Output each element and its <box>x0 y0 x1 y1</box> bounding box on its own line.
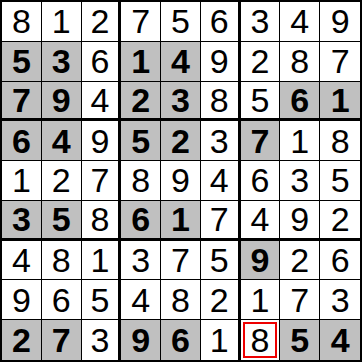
cell-r1c7[interactable]: 3 <box>241 2 281 42</box>
cell-r3c1[interactable]: 7 <box>2 82 42 122</box>
cell-r8c2[interactable]: 6 <box>42 280 82 320</box>
cell-r6c9[interactable]: 2 <box>320 201 360 241</box>
cell-r9c4[interactable]: 9 <box>121 320 161 360</box>
cell-r3c8[interactable]: 6 <box>280 82 320 122</box>
cell-r7c3[interactable]: 1 <box>82 241 122 281</box>
cell-r9c9[interactable]: 4 <box>320 320 360 360</box>
cell-r3c9[interactable]: 1 <box>320 82 360 122</box>
cell-r7c8[interactable]: 2 <box>280 241 320 281</box>
cell-r2c8[interactable]: 8 <box>280 42 320 82</box>
cell-r4c3[interactable]: 9 <box>82 121 122 161</box>
cell-r3c3[interactable]: 4 <box>82 82 122 122</box>
cell-r4c2[interactable]: 4 <box>42 121 82 161</box>
cell-r9c5[interactable]: 6 <box>161 320 201 360</box>
cell-r6c5[interactable]: 1 <box>161 201 201 241</box>
cell-r1c3[interactable]: 2 <box>82 2 122 42</box>
cell-r9c6[interactable]: 1 <box>201 320 241 360</box>
cell-r9c7[interactable]: 8 <box>241 320 281 360</box>
cell-r4c7[interactable]: 7 <box>241 121 281 161</box>
cell-r1c6[interactable]: 6 <box>201 2 241 42</box>
cell-r1c2[interactable]: 1 <box>42 2 82 42</box>
cell-r5c2[interactable]: 2 <box>42 161 82 201</box>
cell-r8c6[interactable]: 2 <box>201 280 241 320</box>
cell-r1c9[interactable]: 9 <box>320 2 360 42</box>
cell-r5c6[interactable]: 4 <box>201 161 241 201</box>
cell-r4c8[interactable]: 1 <box>280 121 320 161</box>
cell-r1c1[interactable]: 8 <box>2 2 42 42</box>
cell-r5c1[interactable]: 1 <box>2 161 42 201</box>
cell-r8c5[interactable]: 8 <box>161 280 201 320</box>
cell-r5c8[interactable]: 3 <box>280 161 320 201</box>
cell-r6c3[interactable]: 8 <box>82 201 122 241</box>
cell-r8c8[interactable]: 7 <box>280 280 320 320</box>
cell-r8c3[interactable]: 5 <box>82 280 122 320</box>
cell-r2c6[interactable]: 9 <box>201 42 241 82</box>
cell-r6c2[interactable]: 5 <box>42 201 82 241</box>
cell-r8c7[interactable]: 1 <box>241 280 281 320</box>
cell-r2c7[interactable]: 2 <box>241 42 281 82</box>
cell-r9c8[interactable]: 5 <box>280 320 320 360</box>
cell-r2c1[interactable]: 5 <box>2 42 42 82</box>
cell-r6c7[interactable]: 4 <box>241 201 281 241</box>
cell-r4c1[interactable]: 6 <box>2 121 42 161</box>
cell-r4c4[interactable]: 5 <box>121 121 161 161</box>
cell-r9c2[interactable]: 7 <box>42 320 82 360</box>
cell-r5c3[interactable]: 7 <box>82 161 122 201</box>
sudoku-board: 8127563495361492877942385616495237181278… <box>0 0 362 362</box>
cell-r1c8[interactable]: 4 <box>280 2 320 42</box>
cell-r6c1[interactable]: 3 <box>2 201 42 241</box>
cell-r8c1[interactable]: 9 <box>2 280 42 320</box>
cell-r7c5[interactable]: 7 <box>161 241 201 281</box>
cell-r1c4[interactable]: 7 <box>121 2 161 42</box>
cell-r4c5[interactable]: 2 <box>161 121 201 161</box>
cell-r3c5[interactable]: 3 <box>161 82 201 122</box>
cell-r8c9[interactable]: 3 <box>320 280 360 320</box>
cell-r7c9[interactable]: 6 <box>320 241 360 281</box>
cell-r3c4[interactable]: 2 <box>121 82 161 122</box>
cell-r2c3[interactable]: 6 <box>82 42 122 82</box>
cell-r2c9[interactable]: 7 <box>320 42 360 82</box>
cell-r7c6[interactable]: 5 <box>201 241 241 281</box>
cell-r8c4[interactable]: 4 <box>121 280 161 320</box>
cell-r7c1[interactable]: 4 <box>2 241 42 281</box>
cell-r6c6[interactable]: 7 <box>201 201 241 241</box>
cell-r3c7[interactable]: 5 <box>241 82 281 122</box>
cell-r9c3[interactable]: 3 <box>82 320 122 360</box>
cell-r9c1[interactable]: 2 <box>2 320 42 360</box>
cell-r7c4[interactable]: 3 <box>121 241 161 281</box>
cell-r7c7[interactable]: 9 <box>241 241 281 281</box>
cell-r2c5[interactable]: 4 <box>161 42 201 82</box>
cell-r5c7[interactable]: 6 <box>241 161 281 201</box>
cell-r2c4[interactable]: 1 <box>121 42 161 82</box>
cell-r3c6[interactable]: 8 <box>201 82 241 122</box>
cell-r7c2[interactable]: 8 <box>42 241 82 281</box>
cell-r5c9[interactable]: 5 <box>320 161 360 201</box>
cell-r1c5[interactable]: 5 <box>161 2 201 42</box>
cell-r4c6[interactable]: 3 <box>201 121 241 161</box>
cell-r6c4[interactable]: 6 <box>121 201 161 241</box>
cell-r4c9[interactable]: 8 <box>320 121 360 161</box>
cell-r5c4[interactable]: 8 <box>121 161 161 201</box>
cell-r2c2[interactable]: 3 <box>42 42 82 82</box>
cell-r6c8[interactable]: 9 <box>280 201 320 241</box>
cell-r5c5[interactable]: 9 <box>161 161 201 201</box>
cell-r3c2[interactable]: 9 <box>42 82 82 122</box>
